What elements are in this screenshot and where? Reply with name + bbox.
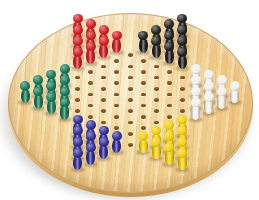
peg-head <box>73 148 83 158</box>
peg-black[interactable] <box>177 47 188 69</box>
peg-body <box>152 44 161 59</box>
board-hole[interactable] <box>128 132 133 136</box>
peg-blue[interactable] <box>72 148 83 170</box>
board-hole[interactable] <box>141 104 146 108</box>
peg-head <box>217 75 227 85</box>
peg-blue[interactable] <box>111 131 122 153</box>
peg-head <box>164 19 174 29</box>
board-hole[interactable] <box>101 98 106 102</box>
board-hole[interactable] <box>167 115 172 119</box>
board-hole[interactable] <box>154 109 159 113</box>
peg-body <box>139 38 148 53</box>
peg-body <box>60 105 69 120</box>
peg-head <box>164 42 174 52</box>
peg-head <box>112 131 122 141</box>
peg-head <box>60 64 70 74</box>
board-hole[interactable] <box>88 70 93 74</box>
board-hole[interactable] <box>88 93 93 97</box>
peg-head <box>73 115 83 125</box>
board-hole[interactable] <box>154 87 159 91</box>
peg-head <box>46 92 56 102</box>
board-hole[interactable] <box>101 109 106 113</box>
peg-body <box>165 49 174 64</box>
board-hole[interactable] <box>88 115 93 119</box>
board-hole[interactable] <box>75 109 80 113</box>
peg-red[interactable] <box>85 42 96 64</box>
board-hole[interactable] <box>154 65 159 69</box>
board-hole[interactable] <box>154 76 159 80</box>
board-hole[interactable] <box>128 121 133 125</box>
peg-head <box>230 81 240 91</box>
peg-body <box>47 100 56 115</box>
peg-head <box>138 131 148 141</box>
board-hole[interactable] <box>114 70 119 74</box>
board-hole[interactable] <box>141 93 146 97</box>
peg-body <box>86 150 95 165</box>
board-hole[interactable] <box>167 93 172 97</box>
peg-yellow[interactable] <box>138 131 149 153</box>
board-hole[interactable] <box>101 121 106 125</box>
peg-head <box>73 137 83 147</box>
peg-head <box>177 126 187 136</box>
peg-head <box>73 25 83 35</box>
peg-green[interactable] <box>20 81 31 103</box>
peg-head <box>151 36 161 46</box>
peg-head <box>164 143 174 153</box>
board-hole[interactable] <box>114 104 119 108</box>
peg-black[interactable] <box>151 36 162 58</box>
board-hole[interactable] <box>180 87 185 91</box>
peg-body <box>152 145 161 160</box>
peg-head <box>191 64 201 74</box>
board-hole[interactable] <box>128 87 133 91</box>
peg-yellow[interactable] <box>164 143 175 165</box>
board-hole[interactable] <box>114 126 119 130</box>
peg-head <box>99 126 109 136</box>
peg-white[interactable] <box>203 92 214 114</box>
board-hole[interactable] <box>128 109 133 113</box>
board-hole[interactable] <box>128 53 133 57</box>
peg-head <box>60 87 70 97</box>
peg-body <box>165 150 174 165</box>
peg-body <box>86 49 95 64</box>
peg-head <box>112 31 122 41</box>
peg-head <box>73 36 83 46</box>
peg-head <box>151 25 161 35</box>
peg-head <box>177 36 187 46</box>
peg-head <box>73 14 83 24</box>
board-hole[interactable] <box>128 98 133 102</box>
board-hole[interactable] <box>75 87 80 91</box>
peg-head <box>177 115 187 125</box>
peg-black[interactable] <box>164 42 175 64</box>
peg-red[interactable] <box>111 31 122 53</box>
peg-body <box>21 89 30 104</box>
board-hole[interactable] <box>114 59 119 63</box>
peg-head <box>73 126 83 136</box>
peg-head <box>164 31 174 41</box>
board-hole[interactable] <box>180 109 185 113</box>
peg-head <box>99 137 109 147</box>
board-hole[interactable] <box>141 70 146 74</box>
board-hole[interactable] <box>141 81 146 85</box>
board-hole[interactable] <box>114 81 119 85</box>
peg-head <box>204 70 214 80</box>
peg-head <box>204 81 214 91</box>
peg-head <box>151 137 161 147</box>
peg-head <box>204 92 214 102</box>
peg-head <box>33 75 43 85</box>
board-hole[interactable] <box>75 76 80 80</box>
peg-head <box>86 143 96 153</box>
board-hole[interactable] <box>75 98 80 102</box>
board-hole[interactable] <box>154 121 159 125</box>
peg-head <box>191 75 201 85</box>
board-hole[interactable] <box>128 143 133 147</box>
board-hole[interactable] <box>167 104 172 108</box>
board-hole[interactable] <box>88 81 93 85</box>
peg-head <box>177 14 187 24</box>
peg-head <box>164 120 174 130</box>
board-hole[interactable] <box>101 65 106 69</box>
peg-body <box>204 100 213 115</box>
peg-head <box>177 137 187 147</box>
peg-body <box>139 139 148 154</box>
peg-head <box>20 81 30 91</box>
peg-head <box>177 47 187 57</box>
holes-and-pegs-layer <box>0 0 259 200</box>
peg-white[interactable] <box>216 87 227 109</box>
peg-body <box>217 94 226 109</box>
board-hole[interactable] <box>88 104 93 108</box>
peg-white[interactable] <box>229 81 240 103</box>
peg-head <box>73 47 83 57</box>
peg-blue[interactable] <box>98 137 109 159</box>
board-hole[interactable] <box>114 93 119 97</box>
peg-body <box>191 105 200 120</box>
peg-green[interactable] <box>59 98 70 120</box>
peg-head <box>177 25 187 35</box>
peg-body <box>73 156 82 171</box>
board-hole[interactable] <box>114 115 119 119</box>
peg-body <box>178 156 187 171</box>
board-hole[interactable] <box>101 87 106 91</box>
peg-head <box>164 131 174 141</box>
peg-head <box>86 120 96 130</box>
peg-body <box>112 38 121 53</box>
board-hole[interactable] <box>180 76 185 80</box>
peg-head <box>191 98 201 108</box>
peg-head <box>86 42 96 52</box>
peg-head <box>33 87 43 97</box>
peg-head <box>86 31 96 41</box>
board-hole[interactable] <box>141 59 146 63</box>
peg-head <box>138 31 148 41</box>
peg-head <box>86 19 96 29</box>
board-hole[interactable] <box>128 65 133 69</box>
board-hole[interactable] <box>101 76 106 80</box>
peg-yellow[interactable] <box>177 148 188 170</box>
board-hole[interactable] <box>141 126 146 130</box>
board-photo-scene <box>0 0 259 200</box>
board-hole[interactable] <box>154 98 159 102</box>
peg-white[interactable] <box>190 98 201 120</box>
board-hole[interactable] <box>167 81 172 85</box>
peg-head <box>99 25 109 35</box>
peg-head <box>46 70 56 80</box>
board-hole[interactable] <box>180 98 185 102</box>
board-hole[interactable] <box>128 76 133 80</box>
peg-head <box>177 148 187 158</box>
peg-red[interactable] <box>72 47 83 69</box>
board-hole[interactable] <box>141 115 146 119</box>
peg-head <box>46 81 56 91</box>
peg-yellow[interactable] <box>151 137 162 159</box>
peg-head <box>86 131 96 141</box>
peg-head <box>60 75 70 85</box>
peg-body <box>178 55 187 70</box>
board-hole[interactable] <box>167 70 172 74</box>
peg-blue[interactable] <box>85 143 96 165</box>
peg-head <box>60 98 70 108</box>
peg-green[interactable] <box>33 87 44 109</box>
peg-head <box>99 36 109 46</box>
peg-head <box>191 87 201 97</box>
peg-green[interactable] <box>46 92 57 114</box>
peg-red[interactable] <box>98 36 109 58</box>
peg-body <box>34 94 43 109</box>
peg-head <box>217 87 227 97</box>
peg-black[interactable] <box>138 31 149 53</box>
